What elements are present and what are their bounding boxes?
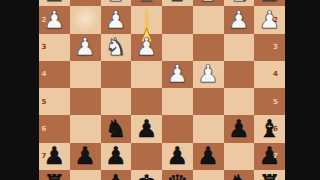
chess-board: ♜♝♚♛♝♞♜♟♟♟♟♟♞♟♟♟♞♟♟♝♟♟♟♟♟♟♜♝♚♛♞♜22334455… bbox=[39, 0, 285, 180]
rank-label-right-2: 2 bbox=[273, 16, 278, 24]
piece-white-queen-d1[interactable]: ♛ bbox=[162, 0, 193, 6]
square-e5[interactable] bbox=[131, 88, 162, 115]
rank-label-left-3: 3 bbox=[42, 43, 47, 51]
square-g7[interactable]: ♟ bbox=[70, 143, 101, 170]
piece-black-pawn-b6[interactable]: ♟ bbox=[224, 115, 255, 142]
piece-black-queen-d8[interactable]: ♛ bbox=[162, 170, 193, 180]
square-g5[interactable] bbox=[70, 88, 101, 115]
square-e8[interactable]: ♚ bbox=[131, 170, 162, 180]
square-c1[interactable]: ♝ bbox=[193, 0, 224, 6]
square-e1[interactable]: ♚ bbox=[131, 0, 162, 6]
piece-black-pawn-d7[interactable]: ♟ bbox=[162, 143, 193, 170]
square-a7[interactable]: ♟ bbox=[254, 143, 285, 170]
square-g3[interactable]: ♟ bbox=[70, 34, 101, 61]
square-a2[interactable]: ♟ bbox=[254, 6, 285, 33]
piece-black-pawn-e6[interactable]: ♟ bbox=[131, 115, 162, 142]
piece-black-pawn-f7[interactable]: ♟ bbox=[101, 143, 132, 170]
square-g8[interactable] bbox=[70, 170, 101, 180]
piece-black-rook-a8[interactable]: ♜ bbox=[254, 170, 285, 180]
piece-black-bishop-f8[interactable]: ♝ bbox=[101, 170, 132, 180]
rank-label-right-7: 7 bbox=[273, 152, 278, 160]
piece-white-pawn-d4[interactable]: ♟ bbox=[162, 61, 193, 88]
square-b5[interactable] bbox=[224, 88, 255, 115]
square-d5[interactable] bbox=[162, 88, 193, 115]
video-frame: ♜♝♚♛♝♞♜♟♟♟♟♟♞♟♟♟♞♟♟♝♟♟♟♟♟♟♜♝♚♛♞♜22334455… bbox=[0, 0, 320, 180]
square-g2[interactable] bbox=[70, 6, 101, 33]
piece-black-king-e8[interactable]: ♚ bbox=[131, 170, 162, 180]
square-f6[interactable]: ♞ bbox=[101, 115, 132, 142]
piece-black-pawn-g7[interactable]: ♟ bbox=[70, 143, 101, 170]
square-c2[interactable] bbox=[193, 6, 224, 33]
piece-black-pawn-c7[interactable]: ♟ bbox=[193, 143, 224, 170]
rank-label-right-5: 5 bbox=[273, 98, 278, 106]
piece-white-pawn-g3[interactable]: ♟ bbox=[70, 34, 101, 61]
square-b6[interactable]: ♟ bbox=[224, 115, 255, 142]
rank-label-right-4: 4 bbox=[273, 70, 278, 78]
piece-black-rook-h8[interactable]: ♜ bbox=[39, 170, 70, 180]
square-d3[interactable] bbox=[162, 34, 193, 61]
square-c7[interactable]: ♟ bbox=[193, 143, 224, 170]
square-a3[interactable] bbox=[254, 34, 285, 61]
rank-label-right-3: 3 bbox=[273, 43, 278, 51]
rank-label-left-6: 6 bbox=[42, 125, 47, 133]
square-d2[interactable] bbox=[162, 6, 193, 33]
square-d6[interactable] bbox=[162, 115, 193, 142]
square-e7[interactable] bbox=[131, 143, 162, 170]
square-d1[interactable]: ♛ bbox=[162, 0, 193, 6]
piece-white-pawn-a2[interactable]: ♟ bbox=[254, 6, 285, 33]
piece-white-pawn-e3[interactable]: ♟ bbox=[131, 34, 162, 61]
square-f3[interactable]: ♞ bbox=[101, 34, 132, 61]
square-c6[interactable] bbox=[193, 115, 224, 142]
square-b2[interactable]: ♟ bbox=[224, 6, 255, 33]
square-d8[interactable]: ♛ bbox=[162, 170, 193, 180]
square-c8[interactable] bbox=[193, 170, 224, 180]
square-c3[interactable] bbox=[193, 34, 224, 61]
piece-white-bishop-c1[interactable]: ♝ bbox=[193, 0, 224, 6]
rank-label-right-6: 6 bbox=[273, 125, 278, 133]
piece-white-king-e1[interactable]: ♚ bbox=[131, 0, 162, 6]
square-c5[interactable] bbox=[193, 88, 224, 115]
square-b8[interactable]: ♞ bbox=[224, 170, 255, 180]
square-a5[interactable] bbox=[254, 88, 285, 115]
square-f5[interactable] bbox=[101, 88, 132, 115]
square-b7[interactable] bbox=[224, 143, 255, 170]
piece-black-pawn-a7[interactable]: ♟ bbox=[254, 143, 285, 170]
square-e3[interactable]: ♟ bbox=[131, 34, 162, 61]
square-f4[interactable] bbox=[101, 61, 132, 88]
square-g6[interactable] bbox=[70, 115, 101, 142]
piece-black-knight-f6[interactable]: ♞ bbox=[101, 115, 132, 142]
square-e2[interactable] bbox=[131, 6, 162, 33]
piece-white-pawn-f2[interactable]: ♟ bbox=[101, 6, 132, 33]
square-a6[interactable]: ♝ bbox=[254, 115, 285, 142]
square-a4[interactable] bbox=[254, 61, 285, 88]
square-c4[interactable]: ♟ bbox=[193, 61, 224, 88]
piece-white-pawn-c4[interactable]: ♟ bbox=[193, 61, 224, 88]
piece-black-knight-b8[interactable]: ♞ bbox=[224, 170, 255, 180]
square-f7[interactable]: ♟ bbox=[101, 143, 132, 170]
square-d7[interactable]: ♟ bbox=[162, 143, 193, 170]
square-d4[interactable]: ♟ bbox=[162, 61, 193, 88]
square-f8[interactable]: ♝ bbox=[101, 170, 132, 180]
square-f2[interactable]: ♟ bbox=[101, 6, 132, 33]
rank-label-left-2: 2 bbox=[42, 16, 47, 24]
square-a8[interactable]: ♜ bbox=[254, 170, 285, 180]
piece-black-bishop-a6[interactable]: ♝ bbox=[254, 115, 285, 142]
piece-white-pawn-b2[interactable]: ♟ bbox=[224, 6, 255, 33]
rank-label-left-5: 5 bbox=[42, 98, 47, 106]
rank-label-left-4: 4 bbox=[42, 70, 47, 78]
square-e6[interactable]: ♟ bbox=[131, 115, 162, 142]
piece-white-knight-f3[interactable]: ♞ bbox=[101, 34, 132, 61]
square-h8[interactable]: ♜ bbox=[39, 170, 70, 180]
square-b3[interactable] bbox=[224, 34, 255, 61]
rank-label-left-7: 7 bbox=[42, 152, 47, 160]
square-g4[interactable] bbox=[70, 61, 101, 88]
square-e4[interactable] bbox=[131, 61, 162, 88]
square-b4[interactable] bbox=[224, 61, 255, 88]
